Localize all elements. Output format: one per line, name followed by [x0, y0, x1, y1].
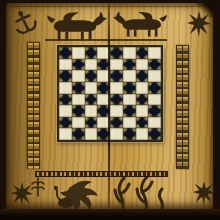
square-g3[interactable]	[136, 105, 149, 117]
square-a7[interactable]	[59, 59, 72, 71]
square-f5[interactable]	[123, 82, 136, 94]
square-c8[interactable]	[85, 47, 98, 59]
square-c4[interactable]	[85, 94, 98, 106]
square-e2[interactable]	[110, 117, 123, 129]
square-h6[interactable]	[148, 70, 161, 82]
square-f2[interactable]	[123, 117, 136, 129]
square-a4[interactable]	[59, 94, 72, 106]
square-f7[interactable]	[123, 59, 136, 71]
square-g1[interactable]	[136, 128, 149, 140]
square-h7[interactable]	[148, 59, 161, 71]
beaded-ornament-bar	[35, 171, 168, 177]
square-g4[interactable]	[136, 94, 149, 106]
fold-hinge-line	[108, 4, 110, 208]
square-e6[interactable]	[110, 70, 123, 82]
gnarled-trees-icon	[112, 174, 170, 214]
square-g6[interactable]	[136, 70, 149, 82]
square-g8[interactable]	[136, 47, 149, 59]
square-h5[interactable]	[148, 82, 161, 94]
square-b8[interactable]	[72, 47, 85, 59]
leaf-sprig-icon	[30, 177, 46, 197]
square-c6[interactable]	[85, 70, 98, 82]
square-b6[interactable]	[72, 70, 85, 82]
square-f1[interactable]	[123, 128, 136, 140]
starburst-bird-bottom-right-icon	[192, 180, 216, 206]
chessboard[interactable]	[57, 45, 163, 142]
square-c5[interactable]	[85, 82, 98, 94]
square-h4[interactable]	[148, 94, 161, 106]
square-c3[interactable]	[85, 105, 98, 117]
bottom-frame-shadow	[0, 209, 220, 220]
square-e7[interactable]	[110, 59, 123, 71]
square-b2[interactable]	[72, 117, 85, 129]
square-b4[interactable]	[72, 94, 85, 106]
board-photo	[0, 0, 220, 220]
square-a2[interactable]	[59, 117, 72, 129]
square-a8[interactable]	[59, 47, 72, 59]
square-h1[interactable]	[148, 128, 161, 140]
square-h8[interactable]	[148, 47, 161, 59]
square-e1[interactable]	[110, 128, 123, 140]
square-b1[interactable]	[72, 128, 85, 140]
chain-border-right	[176, 45, 189, 169]
griffin-right-icon	[112, 6, 168, 41]
square-c2[interactable]	[85, 117, 98, 129]
square-h3[interactable]	[148, 105, 161, 117]
square-b3[interactable]	[72, 105, 85, 117]
griffin-left-icon	[46, 9, 108, 41]
square-a1[interactable]	[59, 128, 72, 140]
square-a5[interactable]	[59, 82, 72, 94]
square-e3[interactable]	[110, 105, 123, 117]
square-e5[interactable]	[110, 82, 123, 94]
square-a3[interactable]	[59, 105, 72, 117]
square-g2[interactable]	[136, 117, 149, 129]
square-g5[interactable]	[136, 82, 149, 94]
square-c7[interactable]	[85, 59, 98, 71]
square-b7[interactable]	[72, 59, 85, 71]
square-c1[interactable]	[85, 128, 98, 140]
square-f3[interactable]	[123, 105, 136, 117]
chain-border-left	[27, 42, 40, 169]
eagle-bird-top-right-icon	[186, 10, 212, 38]
square-a6[interactable]	[59, 70, 72, 82]
top-border-line	[12, 6, 208, 7]
square-f8[interactable]	[123, 47, 136, 59]
square-g7[interactable]	[136, 59, 149, 71]
square-e4[interactable]	[110, 94, 123, 106]
square-b5[interactable]	[72, 82, 85, 94]
square-f6[interactable]	[123, 70, 136, 82]
square-h2[interactable]	[148, 117, 161, 129]
square-f4[interactable]	[123, 94, 136, 106]
square-e8[interactable]	[110, 47, 123, 59]
